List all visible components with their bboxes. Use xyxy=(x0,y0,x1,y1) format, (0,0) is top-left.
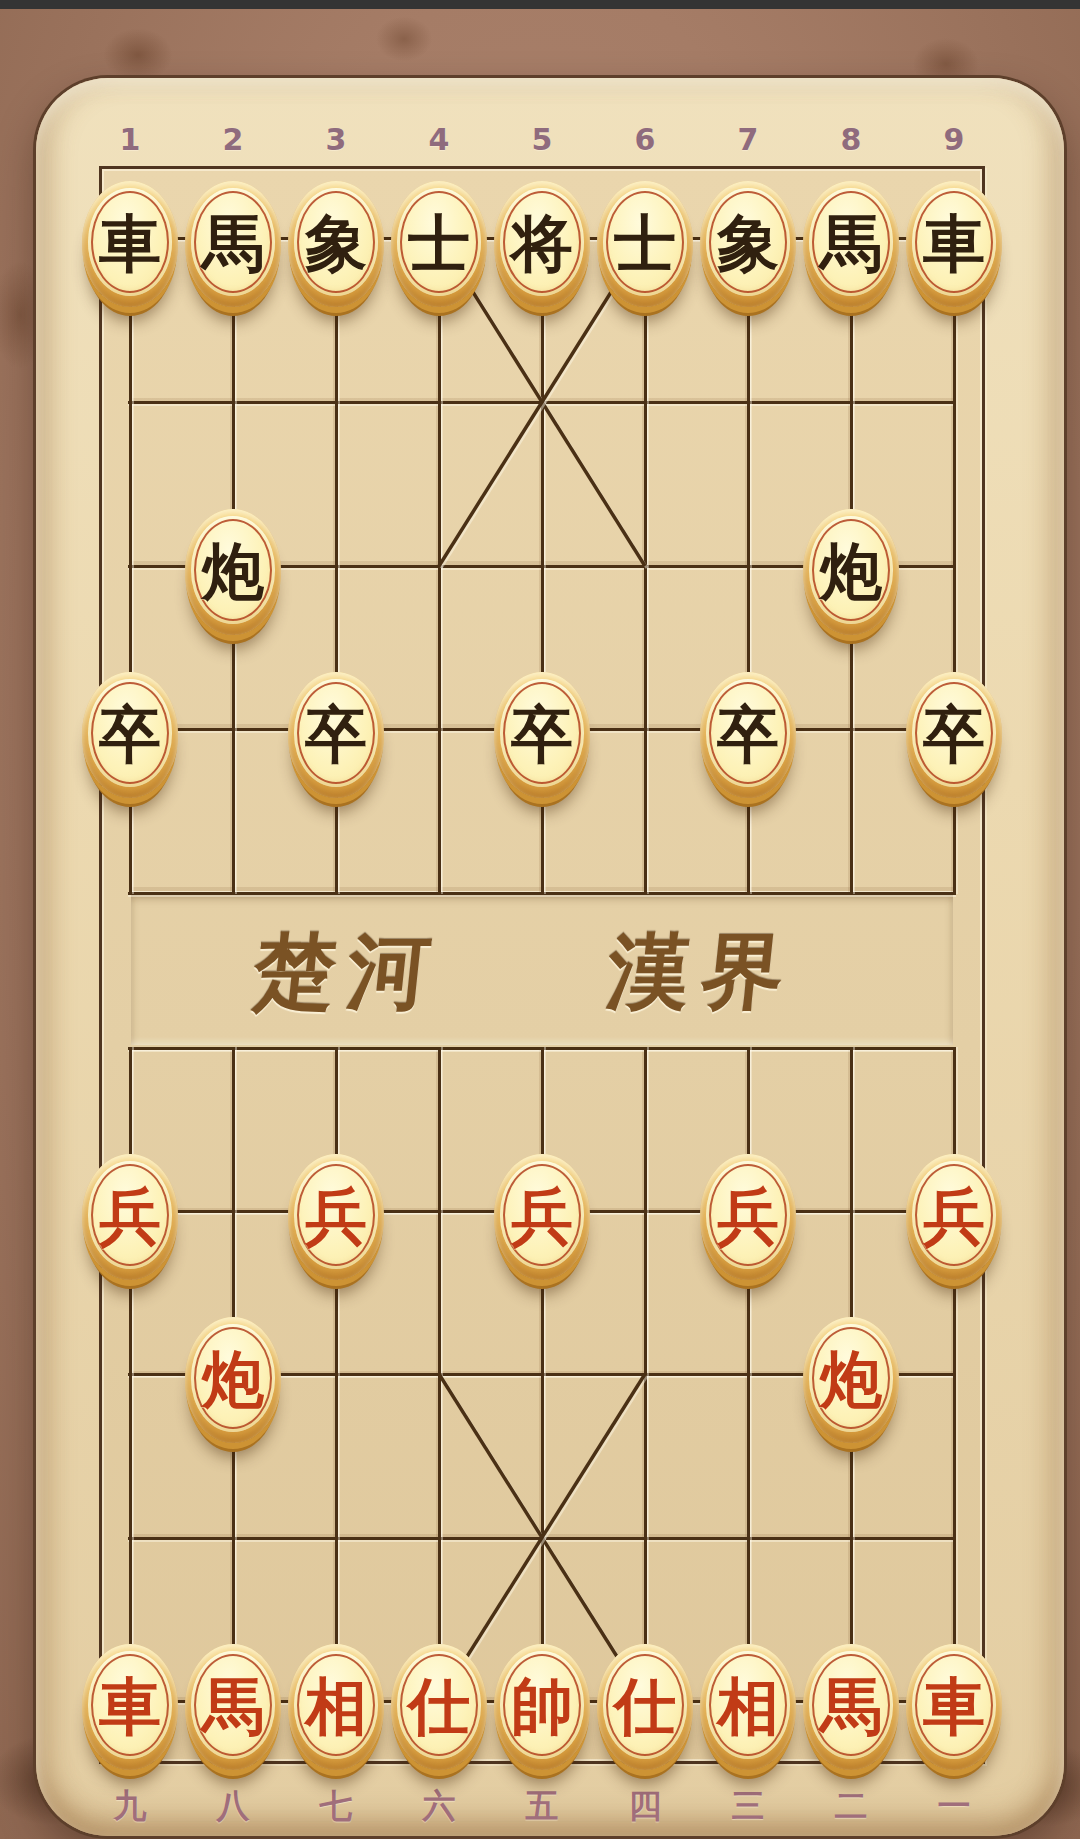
river-label-right: 漢界 xyxy=(566,916,838,1026)
piece-disc: 兵 xyxy=(494,1154,590,1280)
piece-red-soldier[interactable]: 兵 xyxy=(906,1154,1002,1296)
piece-glyph: 馬 xyxy=(185,181,281,307)
piece-disc: 車 xyxy=(82,181,178,307)
piece-disc: 炮 xyxy=(803,509,899,635)
piece-glyph: 兵 xyxy=(906,1154,1002,1280)
piece-black-soldier[interactable]: 卒 xyxy=(82,672,178,814)
column-label-bottom-7: 三 xyxy=(720,1784,776,1829)
piece-black-advisor[interactable]: 士 xyxy=(391,181,487,323)
piece-glyph: 卒 xyxy=(700,672,796,798)
piece-black-soldier[interactable]: 卒 xyxy=(494,672,590,814)
piece-red-soldier[interactable]: 兵 xyxy=(700,1154,796,1296)
piece-black-chariot[interactable]: 車 xyxy=(82,181,178,323)
piece-disc: 相 xyxy=(288,1644,384,1770)
piece-glyph: 炮 xyxy=(185,1317,281,1443)
column-label-bottom-9: 一 xyxy=(926,1784,982,1829)
column-label-bottom-5: 五 xyxy=(514,1784,570,1829)
piece-glyph: 相 xyxy=(288,1644,384,1770)
piece-black-horse[interactable]: 馬 xyxy=(185,181,281,323)
piece-red-elephant[interactable]: 相 xyxy=(700,1644,796,1786)
piece-disc: 帥 xyxy=(494,1644,590,1770)
piece-disc: 卒 xyxy=(288,672,384,798)
column-label-top-9: 9 xyxy=(926,122,982,157)
grid-vline xyxy=(747,1047,750,1702)
piece-disc: 車 xyxy=(82,1644,178,1770)
grid-vline xyxy=(644,237,647,894)
piece-glyph: 仕 xyxy=(391,1644,487,1770)
piece-black-horse[interactable]: 馬 xyxy=(803,181,899,323)
piece-red-general[interactable]: 帥 xyxy=(494,1644,590,1786)
piece-red-chariot[interactable]: 車 xyxy=(906,1644,1002,1786)
piece-glyph: 象 xyxy=(700,181,796,307)
piece-black-elephant[interactable]: 象 xyxy=(288,181,384,323)
column-label-bottom-6: 四 xyxy=(617,1784,673,1829)
piece-red-cannon[interactable]: 炮 xyxy=(803,1317,899,1459)
grid-vline xyxy=(438,1047,441,1702)
piece-disc: 卒 xyxy=(700,672,796,798)
grid-vline xyxy=(335,1047,338,1702)
top-bar xyxy=(0,0,1080,9)
column-label-bottom-8: 二 xyxy=(823,1784,879,1829)
piece-glyph: 馬 xyxy=(185,1644,281,1770)
piece-glyph: 仕 xyxy=(597,1644,693,1770)
piece-disc: 卒 xyxy=(82,672,178,798)
piece-disc: 兵 xyxy=(906,1154,1002,1280)
piece-glyph: 車 xyxy=(906,1644,1002,1770)
piece-disc: 車 xyxy=(906,1644,1002,1770)
piece-disc: 兵 xyxy=(288,1154,384,1280)
grid-vline xyxy=(541,1047,544,1702)
piece-glyph: 車 xyxy=(82,181,178,307)
piece-black-elephant[interactable]: 象 xyxy=(700,181,796,323)
column-label-top-3: 3 xyxy=(308,122,364,157)
grid-vline xyxy=(438,237,441,894)
piece-glyph: 卒 xyxy=(82,672,178,798)
piece-disc: 馬 xyxy=(185,181,281,307)
grid-vline xyxy=(129,1047,132,1702)
piece-glyph: 相 xyxy=(700,1644,796,1770)
piece-glyph: 兵 xyxy=(288,1154,384,1280)
piece-disc: 象 xyxy=(288,181,384,307)
background-decoration xyxy=(365,8,443,70)
piece-glyph: 卒 xyxy=(494,672,590,798)
piece-red-chariot[interactable]: 車 xyxy=(82,1644,178,1786)
piece-disc: 卒 xyxy=(494,672,590,798)
piece-red-soldier[interactable]: 兵 xyxy=(288,1154,384,1296)
piece-disc: 炮 xyxy=(803,1317,899,1443)
piece-red-elephant[interactable]: 相 xyxy=(288,1644,384,1786)
piece-disc: 炮 xyxy=(185,509,281,635)
piece-disc: 馬 xyxy=(803,181,899,307)
piece-disc: 仕 xyxy=(391,1644,487,1770)
column-label-top-1: 1 xyxy=(102,122,158,157)
piece-disc: 兵 xyxy=(700,1154,796,1280)
piece-glyph: 士 xyxy=(597,181,693,307)
column-label-top-2: 2 xyxy=(205,122,261,157)
piece-glyph: 帥 xyxy=(494,1644,590,1770)
column-label-bottom-2: 八 xyxy=(205,1784,261,1829)
piece-red-advisor[interactable]: 仕 xyxy=(391,1644,487,1786)
piece-glyph: 卒 xyxy=(288,672,384,798)
column-label-bottom-4: 六 xyxy=(411,1784,467,1829)
piece-disc: 馬 xyxy=(803,1644,899,1770)
piece-glyph: 兵 xyxy=(82,1154,178,1280)
piece-glyph: 炮 xyxy=(185,509,281,635)
piece-glyph: 馬 xyxy=(803,1644,899,1770)
piece-disc: 士 xyxy=(391,181,487,307)
column-label-top-7: 7 xyxy=(720,122,776,157)
piece-glyph: 卒 xyxy=(906,672,1002,798)
piece-black-soldier[interactable]: 卒 xyxy=(288,672,384,814)
piece-black-cannon[interactable]: 炮 xyxy=(185,509,281,651)
grid-vline xyxy=(644,1047,647,1702)
piece-red-horse[interactable]: 馬 xyxy=(803,1644,899,1786)
piece-disc: 仕 xyxy=(597,1644,693,1770)
column-label-top-5: 5 xyxy=(514,122,570,157)
piece-glyph: 象 xyxy=(288,181,384,307)
piece-glyph: 炮 xyxy=(803,509,899,635)
column-label-bottom-1: 九 xyxy=(102,1784,158,1829)
piece-black-cannon[interactable]: 炮 xyxy=(803,509,899,651)
piece-black-general[interactable]: 将 xyxy=(494,181,590,323)
column-label-top-8: 8 xyxy=(823,122,879,157)
piece-disc: 炮 xyxy=(185,1317,281,1443)
column-label-top-4: 4 xyxy=(411,122,467,157)
piece-disc: 将 xyxy=(494,181,590,307)
piece-glyph: 馬 xyxy=(803,181,899,307)
column-label-top-6: 6 xyxy=(617,122,673,157)
piece-glyph: 兵 xyxy=(700,1154,796,1280)
piece-glyph: 士 xyxy=(391,181,487,307)
piece-glyph: 車 xyxy=(82,1644,178,1770)
piece-disc: 卒 xyxy=(906,672,1002,798)
column-label-bottom-3: 七 xyxy=(308,1784,364,1829)
piece-disc: 兵 xyxy=(82,1154,178,1280)
river-label-left: 楚河 xyxy=(212,916,484,1026)
piece-glyph: 兵 xyxy=(494,1154,590,1280)
piece-disc: 車 xyxy=(906,181,1002,307)
piece-glyph: 炮 xyxy=(803,1317,899,1443)
piece-red-horse[interactable]: 馬 xyxy=(185,1644,281,1786)
piece-glyph: 将 xyxy=(494,181,590,307)
piece-black-advisor[interactable]: 士 xyxy=(597,181,693,323)
piece-red-soldier[interactable]: 兵 xyxy=(494,1154,590,1296)
piece-black-soldier[interactable]: 卒 xyxy=(906,672,1002,814)
piece-black-soldier[interactable]: 卒 xyxy=(700,672,796,814)
piece-red-cannon[interactable]: 炮 xyxy=(185,1317,281,1459)
piece-glyph: 車 xyxy=(906,181,1002,307)
xiangqi-app-screen: 123456789 九八七六五四三二一 楚河 漢界 車 馬 象 士 将 士 象 xyxy=(0,0,1080,1839)
piece-black-chariot[interactable]: 車 xyxy=(906,181,1002,323)
piece-disc: 馬 xyxy=(185,1644,281,1770)
piece-disc: 士 xyxy=(597,181,693,307)
piece-disc: 相 xyxy=(700,1644,796,1770)
piece-red-soldier[interactable]: 兵 xyxy=(82,1154,178,1296)
grid-vline xyxy=(953,1047,956,1702)
piece-red-advisor[interactable]: 仕 xyxy=(597,1644,693,1786)
piece-disc: 象 xyxy=(700,181,796,307)
